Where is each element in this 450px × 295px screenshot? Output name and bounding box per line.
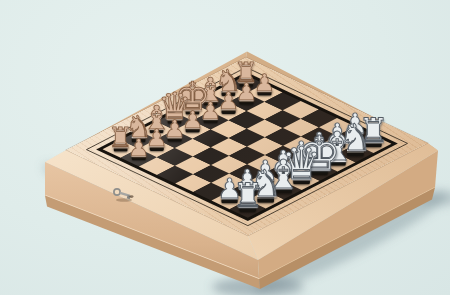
piece-glyph: ♟ xyxy=(112,135,165,159)
photo-stage: ♜♞♝♛♚♝♞♜♟♟♟♟♟♟♟♟♟♟♟♟♟♟♟♟♜♞♝♛♚♝♞♜ xyxy=(0,0,450,295)
piece-glyph: ♜ xyxy=(216,178,279,212)
